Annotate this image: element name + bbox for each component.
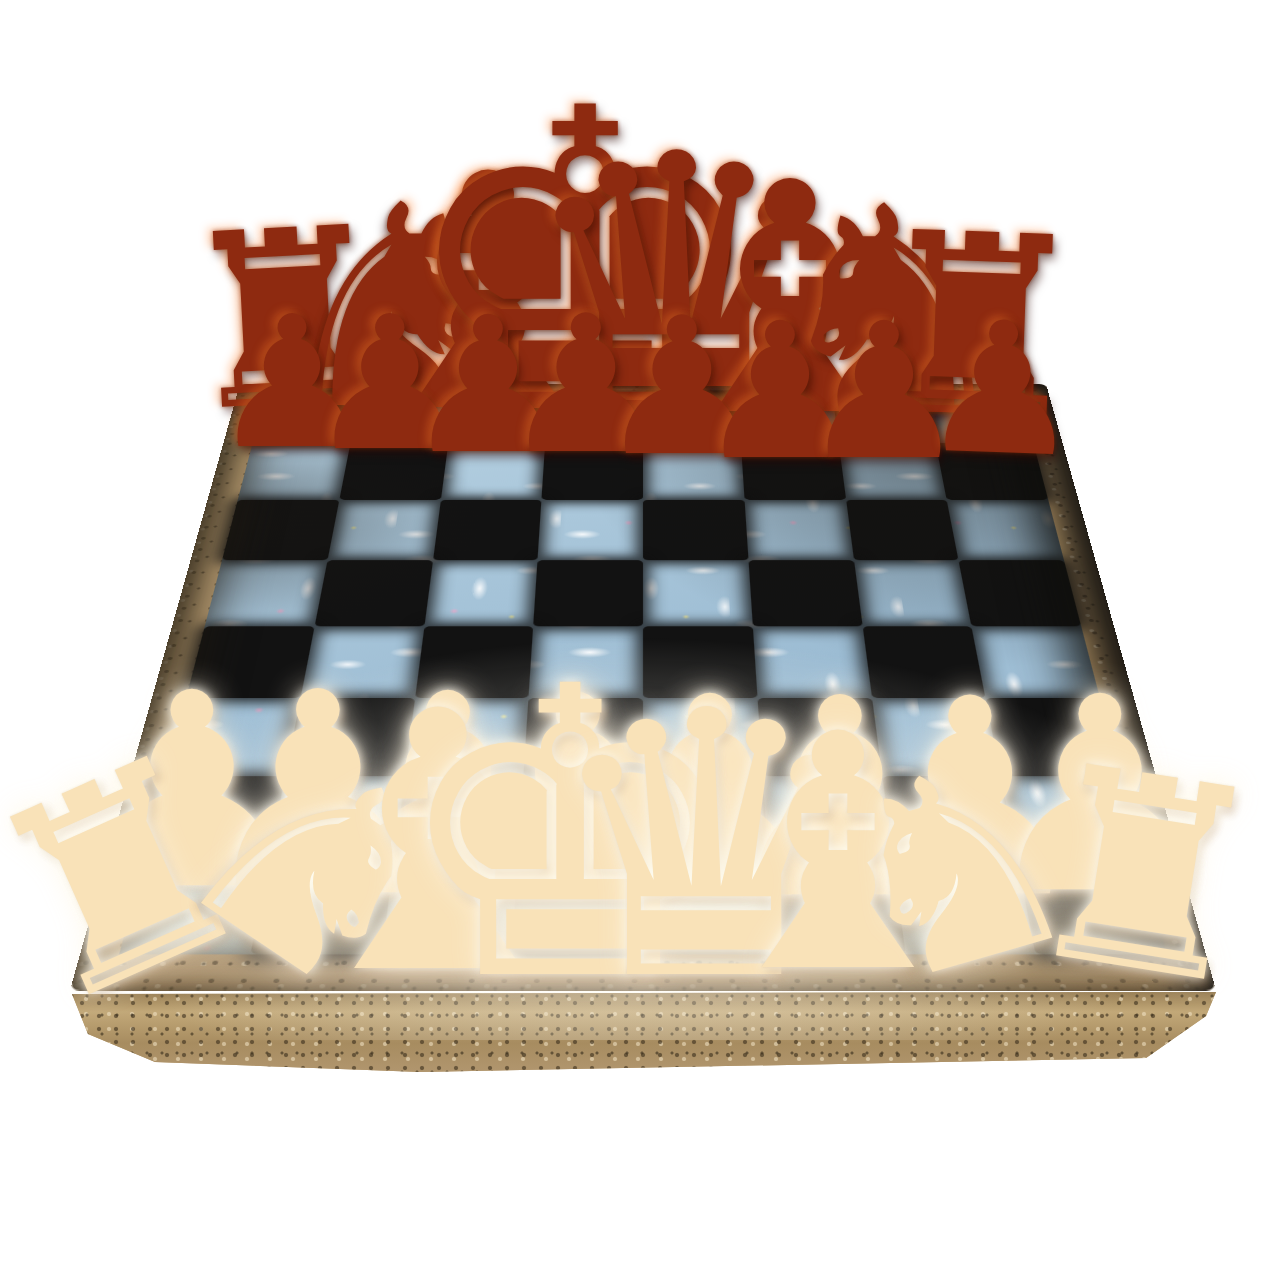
pieces-layer: ♜♞♝♚♛♝♞♜♟♟♟♟♟♟♟♟♟♟♟♟♟♟♟♟♜♞♝♚♛♝♞♜ (0, 0, 1280, 1280)
light-rook[interactable]: ♜ (1012, 761, 1278, 990)
photo-canvas: ♜♞♝♚♛♝♞♜♟♟♟♟♟♟♟♟♟♟♟♟♟♟♟♟♜♞♝♚♛♝♞♜ (0, 0, 1280, 1280)
dark-pawn[interactable]: ♟ (918, 320, 1086, 458)
